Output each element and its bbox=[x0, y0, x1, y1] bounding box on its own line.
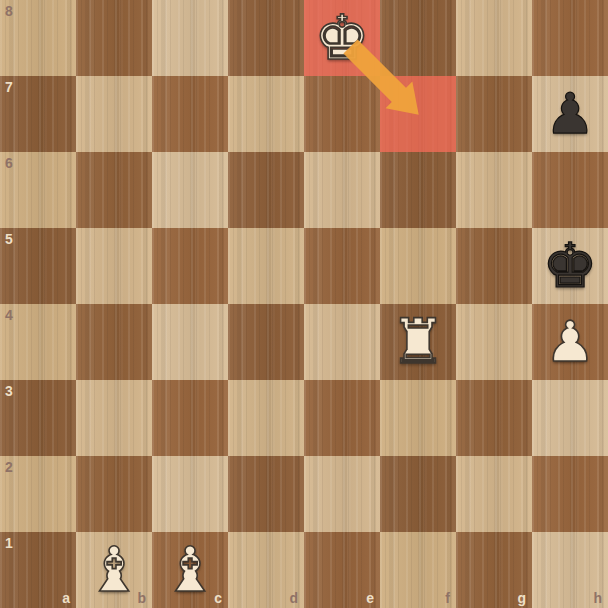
rank-label-4: 4 bbox=[5, 308, 13, 322]
square-g8[interactable] bbox=[456, 0, 532, 76]
square-b1[interactable]: b♝ bbox=[76, 532, 152, 608]
square-d5[interactable] bbox=[228, 228, 304, 304]
square-c4[interactable] bbox=[152, 304, 228, 380]
square-highlight-f7 bbox=[380, 76, 456, 152]
file-label-a: a bbox=[62, 591, 70, 605]
file-label-b: b bbox=[137, 591, 146, 605]
square-c2[interactable] bbox=[152, 456, 228, 532]
piece-black-pawn[interactable]: ♟ bbox=[532, 76, 608, 152]
square-a8[interactable]: 8 bbox=[0, 0, 76, 76]
square-e4[interactable] bbox=[304, 304, 380, 380]
piece-white-pawn[interactable]: ♟ bbox=[532, 304, 608, 380]
piece-white-rook[interactable]: ♜ bbox=[380, 304, 456, 380]
square-f7[interactable] bbox=[380, 76, 456, 152]
square-a1[interactable]: 1a bbox=[0, 532, 76, 608]
square-h4[interactable]: ♟ bbox=[532, 304, 608, 380]
square-e1[interactable]: e bbox=[304, 532, 380, 608]
square-c1[interactable]: c♝ bbox=[152, 532, 228, 608]
square-b6[interactable] bbox=[76, 152, 152, 228]
square-c8[interactable] bbox=[152, 0, 228, 76]
square-f5[interactable] bbox=[380, 228, 456, 304]
rank-label-2: 2 bbox=[5, 460, 13, 474]
square-f4[interactable]: ♜ bbox=[380, 304, 456, 380]
piece-black-king[interactable]: ♚ bbox=[532, 228, 608, 304]
square-d7[interactable] bbox=[228, 76, 304, 152]
square-b2[interactable] bbox=[76, 456, 152, 532]
square-d8[interactable] bbox=[228, 0, 304, 76]
square-h2[interactable] bbox=[532, 456, 608, 532]
file-label-g: g bbox=[517, 591, 526, 605]
square-f3[interactable] bbox=[380, 380, 456, 456]
rank-label-8: 8 bbox=[5, 4, 13, 18]
square-b8[interactable] bbox=[76, 0, 152, 76]
square-h5[interactable]: ♚ bbox=[532, 228, 608, 304]
file-label-c: c bbox=[214, 591, 222, 605]
square-g4[interactable] bbox=[456, 304, 532, 380]
square-d6[interactable] bbox=[228, 152, 304, 228]
square-g5[interactable] bbox=[456, 228, 532, 304]
square-c6[interactable] bbox=[152, 152, 228, 228]
square-e3[interactable] bbox=[304, 380, 380, 456]
square-f2[interactable] bbox=[380, 456, 456, 532]
file-label-f: f bbox=[445, 591, 450, 605]
square-b7[interactable] bbox=[76, 76, 152, 152]
square-d1[interactable]: d bbox=[228, 532, 304, 608]
file-label-e: e bbox=[366, 591, 374, 605]
chess-board: 8♚7♟65♚4♜♟321ab♝c♝defgh bbox=[0, 0, 608, 608]
square-h3[interactable] bbox=[532, 380, 608, 456]
square-g2[interactable] bbox=[456, 456, 532, 532]
square-e2[interactable] bbox=[304, 456, 380, 532]
square-b4[interactable] bbox=[76, 304, 152, 380]
square-h1[interactable]: h bbox=[532, 532, 608, 608]
square-d4[interactable] bbox=[228, 304, 304, 380]
square-g3[interactable] bbox=[456, 380, 532, 456]
square-g6[interactable] bbox=[456, 152, 532, 228]
square-b3[interactable] bbox=[76, 380, 152, 456]
square-c7[interactable] bbox=[152, 76, 228, 152]
square-a7[interactable]: 7 bbox=[0, 76, 76, 152]
rank-label-6: 6 bbox=[5, 156, 13, 170]
square-f1[interactable]: f bbox=[380, 532, 456, 608]
piece-white-king[interactable]: ♚ bbox=[304, 0, 380, 76]
rank-label-5: 5 bbox=[5, 232, 13, 246]
square-d2[interactable] bbox=[228, 456, 304, 532]
rank-label-1: 1 bbox=[5, 536, 13, 550]
square-h7[interactable]: ♟ bbox=[532, 76, 608, 152]
square-g7[interactable] bbox=[456, 76, 532, 152]
file-label-h: h bbox=[593, 591, 602, 605]
square-c3[interactable] bbox=[152, 380, 228, 456]
square-e8[interactable]: ♚ bbox=[304, 0, 380, 76]
square-a3[interactable]: 3 bbox=[0, 380, 76, 456]
file-label-d: d bbox=[289, 591, 298, 605]
square-b5[interactable] bbox=[76, 228, 152, 304]
square-h8[interactable] bbox=[532, 0, 608, 76]
square-a6[interactable]: 6 bbox=[0, 152, 76, 228]
square-f8[interactable] bbox=[380, 0, 456, 76]
rank-label-3: 3 bbox=[5, 384, 13, 398]
square-a4[interactable]: 4 bbox=[0, 304, 76, 380]
square-e5[interactable] bbox=[304, 228, 380, 304]
square-c5[interactable] bbox=[152, 228, 228, 304]
square-a2[interactable]: 2 bbox=[0, 456, 76, 532]
square-d3[interactable] bbox=[228, 380, 304, 456]
square-f6[interactable] bbox=[380, 152, 456, 228]
rank-label-7: 7 bbox=[5, 80, 13, 94]
square-g1[interactable]: g bbox=[456, 532, 532, 608]
square-e6[interactable] bbox=[304, 152, 380, 228]
square-a5[interactable]: 5 bbox=[0, 228, 76, 304]
square-e7[interactable] bbox=[304, 76, 380, 152]
square-h6[interactable] bbox=[532, 152, 608, 228]
